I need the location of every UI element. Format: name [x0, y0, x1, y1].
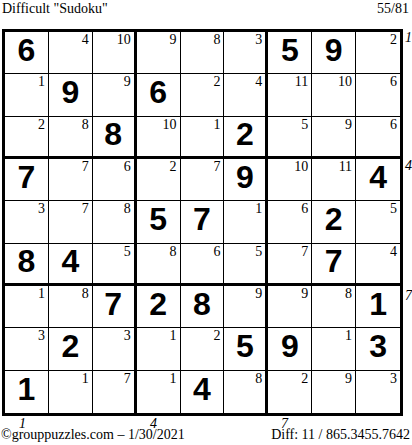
cell-r6c1[interactable]: 8: [5, 244, 49, 286]
row-marker-1: 1: [405, 31, 412, 45]
cell-r1c4[interactable]: 9: [137, 32, 181, 74]
pencil-number: 5: [301, 117, 308, 132]
pencil-number: 3: [38, 201, 45, 216]
pencil-number: 10: [294, 159, 308, 174]
cell-r6c4[interactable]: 8: [137, 244, 181, 286]
pencil-number: 4: [255, 74, 262, 89]
cell-r8c8[interactable]: 1: [312, 328, 356, 370]
cell-r6c9[interactable]: 4: [356, 244, 400, 286]
cell-r2c3[interactable]: 9: [93, 74, 137, 116]
cell-r4c8[interactable]: 11: [312, 159, 356, 201]
cell-digit: 5: [224, 326, 265, 367]
pencil-number: 9: [345, 117, 352, 132]
cell-r9c5[interactable]: 4: [181, 371, 225, 413]
cell-r8c2[interactable]: 2: [49, 328, 93, 370]
cell-r7c5[interactable]: 8: [181, 286, 225, 328]
pencil-number: 2: [390, 32, 397, 47]
cell-r8c7[interactable]: 9: [268, 328, 312, 370]
cell-r5c8[interactable]: 2: [312, 201, 356, 243]
copyright-text: ©grouppuzzles.com – 1/30/2021: [1, 427, 185, 442]
pencil-number: 3: [124, 328, 131, 343]
cell-digit: 2: [137, 284, 180, 325]
progress-counter: 55/81: [377, 2, 409, 16]
pencil-number: 8: [170, 244, 177, 259]
cell-digit: 9: [224, 157, 265, 198]
cell-r8c6[interactable]: 5: [224, 328, 268, 370]
pencil-number: 2: [213, 74, 220, 89]
cell-r9c8[interactable]: 9: [312, 371, 356, 413]
cell-digit: 4: [49, 242, 92, 281]
cell-r3c7[interactable]: 5: [268, 117, 312, 159]
pencil-number: 6: [390, 74, 397, 89]
cell-r5c7[interactable]: 6: [268, 201, 312, 243]
cell-r3c8[interactable]: 9: [312, 117, 356, 159]
cell-r6c5[interactable]: 6: [181, 244, 225, 286]
pencil-number: 8: [345, 286, 352, 301]
cell-r5c6[interactable]: 1: [224, 201, 268, 243]
cell-digit: 7: [181, 199, 224, 240]
cell-digit: 3: [356, 326, 400, 367]
pencil-number: 11: [339, 159, 352, 174]
cell-r8c4[interactable]: 1: [137, 328, 181, 370]
pencil-number: 6: [390, 117, 397, 132]
cell-r1c2[interactable]: 4: [49, 32, 93, 74]
cell-r8c9[interactable]: 3: [356, 328, 400, 370]
pencil-number: 3: [390, 371, 397, 386]
pencil-number: 6: [213, 244, 220, 259]
cell-r4c3[interactable]: 6: [93, 159, 137, 201]
pencil-number: 10: [163, 117, 177, 132]
pencil-number: 8: [82, 286, 89, 301]
pencil-number: 9: [255, 286, 262, 301]
difficulty-text: Diff: 11 / 865.3455.7642: [271, 427, 410, 442]
cell-r1c8[interactable]: 9: [312, 32, 356, 74]
cell-r5c5[interactable]: 7: [181, 201, 225, 243]
cell-digit: 2: [224, 115, 265, 154]
cell-r6c2[interactable]: 4: [49, 244, 93, 286]
sudoku-page: Difficult "Sudoku" 55/81 641098359219962…: [0, 0, 412, 445]
pencil-number: 7: [82, 201, 89, 216]
cell-r3c3[interactable]: 8: [93, 117, 137, 159]
pencil-number: 9: [170, 32, 177, 47]
cell-r4c6[interactable]: 9: [224, 159, 268, 201]
cell-digit: 5: [268, 30, 311, 71]
pencil-number: 5: [390, 201, 397, 216]
cell-digit: 4: [356, 157, 400, 198]
cell-digit: 8: [93, 115, 134, 154]
pencil-number: 2: [38, 117, 45, 132]
pencil-number: 1: [38, 286, 45, 301]
cell-r3c6[interactable]: 2: [224, 117, 268, 159]
cell-digit: 5: [137, 199, 180, 240]
pencil-number: 5: [255, 244, 262, 259]
cell-r1c1[interactable]: 6: [5, 32, 49, 74]
pencil-number: 4: [82, 32, 89, 47]
cell-r4c7[interactable]: 10: [268, 159, 312, 201]
cell-r8c1[interactable]: 3: [5, 328, 49, 370]
cell-r2c2[interactable]: 9: [49, 74, 93, 116]
pencil-number: 2: [301, 371, 308, 386]
cell-r4c9[interactable]: 4: [356, 159, 400, 201]
cell-r8c3[interactable]: 3: [93, 328, 137, 370]
pencil-number: 1: [255, 201, 262, 216]
pencil-number: 8: [255, 371, 262, 386]
cell-r5c1[interactable]: 3: [5, 201, 49, 243]
pencil-number: 6: [301, 201, 308, 216]
cell-r9c3[interactable]: 7: [93, 371, 137, 413]
cell-r7c4[interactable]: 2: [137, 286, 181, 328]
cell-r2c7[interactable]: 11: [268, 74, 312, 116]
cell-r1c6[interactable]: 3: [224, 32, 268, 74]
cell-digit: 8: [5, 242, 48, 281]
cell-r5c3[interactable]: 8: [93, 201, 137, 243]
cell-r6c6[interactable]: 5: [224, 244, 268, 286]
cell-r2c4[interactable]: 6: [137, 74, 181, 116]
pencil-number: 9: [301, 286, 308, 301]
cell-r3c5[interactable]: 1: [181, 117, 225, 159]
sudoku-board: 6410983592199624111062881012596776279101…: [2, 29, 403, 416]
cell-r3c4[interactable]: 10: [137, 117, 181, 159]
cell-r4c1[interactable]: 7: [5, 159, 49, 201]
cell-r1c9[interactable]: 2: [356, 32, 400, 74]
cell-r2c8[interactable]: 10: [312, 74, 356, 116]
cell-digit: 8: [181, 284, 224, 325]
cell-r5c2[interactable]: 7: [49, 201, 93, 243]
cell-digit: 9: [268, 326, 311, 367]
cell-r7c6[interactable]: 9: [224, 286, 268, 328]
cell-r6c7[interactable]: 7: [268, 244, 312, 286]
cell-digit: 4: [181, 369, 224, 411]
pencil-number: 11: [295, 74, 308, 89]
cell-r9c6[interactable]: 8: [224, 371, 268, 413]
cell-digit: 1: [5, 369, 48, 411]
pencil-number: 1: [345, 328, 352, 343]
pencil-number: 1: [213, 117, 220, 132]
puzzle-title: Difficult "Sudoku": [2, 2, 108, 16]
pencil-number: 4: [390, 244, 397, 259]
cell-r3c2[interactable]: 8: [49, 117, 93, 159]
cell-r4c2[interactable]: 7: [49, 159, 93, 201]
cell-digit: 9: [312, 30, 355, 71]
cell-digit: 2: [312, 199, 355, 240]
cell-r3c1[interactable]: 2: [5, 117, 49, 159]
pencil-number: 7: [82, 159, 89, 174]
cell-digit: 7: [5, 157, 48, 198]
cell-r6c8[interactable]: 7: [312, 244, 356, 286]
pencil-number: 1: [38, 74, 45, 89]
pencil-number: 10: [338, 74, 352, 89]
pencil-number: 9: [124, 74, 131, 89]
pencil-number: 8: [82, 117, 89, 132]
cell-r7c8[interactable]: 8: [312, 286, 356, 328]
cell-r9c4[interactable]: 1: [137, 371, 181, 413]
cell-digit: 7: [93, 284, 134, 325]
cell-r7c1[interactable]: 1: [5, 286, 49, 328]
pencil-number: 9: [345, 371, 352, 386]
cell-r5c4[interactable]: 5: [137, 201, 181, 243]
cell-r4c5[interactable]: 7: [181, 159, 225, 201]
row-marker-7: 7: [405, 289, 412, 303]
cell-digit: 1: [356, 284, 400, 325]
cell-r2c1[interactable]: 1: [5, 74, 49, 116]
pencil-number: 6: [124, 159, 131, 174]
cell-r2c5[interactable]: 2: [181, 74, 225, 116]
cell-r9c2[interactable]: 1: [49, 371, 93, 413]
cell-r2c6[interactable]: 4: [224, 74, 268, 116]
cell-r7c3[interactable]: 7: [93, 286, 137, 328]
pencil-number: 1: [170, 371, 177, 386]
cell-r7c2[interactable]: 8: [49, 286, 93, 328]
cell-r9c1[interactable]: 1: [5, 371, 49, 413]
cell-r7c9[interactable]: 1: [356, 286, 400, 328]
cell-r7c7[interactable]: 9: [268, 286, 312, 328]
cell-r4c4[interactable]: 2: [137, 159, 181, 201]
pencil-number: 7: [124, 371, 131, 386]
pencil-number: 1: [170, 328, 177, 343]
pencil-number: 8: [213, 32, 220, 47]
pencil-number: 7: [213, 159, 220, 174]
cell-r1c7[interactable]: 5: [268, 32, 312, 74]
cell-r6c3[interactable]: 5: [93, 244, 137, 286]
cell-r1c5[interactable]: 8: [181, 32, 225, 74]
cell-digit: 9: [49, 72, 92, 113]
cell-r8c5[interactable]: 2: [181, 328, 225, 370]
pencil-number: 3: [38, 328, 45, 343]
pencil-number: 8: [124, 201, 131, 216]
cell-r1c3[interactable]: 10: [93, 32, 137, 74]
pencil-number: 1: [82, 371, 89, 386]
cell-r9c9[interactable]: 3: [356, 371, 400, 413]
cell-digit: 6: [137, 72, 180, 113]
pencil-number: 2: [213, 328, 220, 343]
row-marker-4: 4: [405, 159, 412, 173]
cell-r3c9[interactable]: 6: [356, 117, 400, 159]
cell-r9c7[interactable]: 2: [268, 371, 312, 413]
pencil-number: 3: [255, 32, 262, 47]
cell-digit: 6: [5, 30, 48, 71]
pencil-number: 5: [124, 244, 131, 259]
cell-digit: 2: [49, 326, 92, 367]
cell-digit: 7: [312, 242, 355, 281]
pencil-number: 7: [301, 244, 308, 259]
pencil-number: 2: [170, 159, 177, 174]
pencil-number: 10: [117, 32, 131, 47]
cell-r5c9[interactable]: 5: [356, 201, 400, 243]
cell-r2c9[interactable]: 6: [356, 74, 400, 116]
